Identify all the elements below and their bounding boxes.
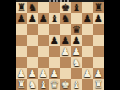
square-g1[interactable] — [82, 79, 93, 90]
piece-white-pawn[interactable]: ♟ — [60, 46, 71, 57]
piece-white-pawn[interactable]: ♟ — [93, 68, 104, 79]
square-h7[interactable]: ♟ — [93, 13, 104, 24]
piece-white-pawn[interactable]: ♟ — [16, 68, 27, 79]
square-c1[interactable]: ♝ — [38, 79, 49, 90]
piece-black-bishop[interactable]: ♝ — [49, 13, 60, 24]
piece-white-pawn[interactable]: ♟ — [71, 46, 82, 57]
letterbox-right — [104, 0, 120, 90]
square-h1[interactable]: ♜ — [93, 79, 104, 90]
piece-black-pawn[interactable]: ♟ — [38, 13, 49, 24]
piece-black-rook[interactable]: ♜ — [16, 2, 27, 13]
square-a3[interactable] — [16, 57, 27, 68]
square-b5[interactable] — [27, 35, 38, 46]
square-h5[interactable] — [93, 35, 104, 46]
square-c5[interactable] — [38, 35, 49, 46]
piece-black-pawn[interactable]: ♟ — [49, 35, 60, 46]
square-h2[interactable]: ♟ — [93, 68, 104, 79]
piece-white-knight[interactable]: ♞ — [27, 79, 38, 90]
piece-black-pawn[interactable]: ♟ — [82, 13, 93, 24]
square-h3[interactable] — [93, 57, 104, 68]
square-h8[interactable]: ♜ — [93, 2, 104, 13]
square-a4[interactable] — [16, 46, 27, 57]
square-b4[interactable] — [27, 46, 38, 57]
square-c4[interactable] — [38, 46, 49, 57]
piece-white-rook[interactable]: ♜ — [16, 79, 27, 90]
square-d3[interactable] — [49, 57, 60, 68]
square-e2[interactable] — [60, 68, 71, 79]
square-f8[interactable]: ♝ — [71, 2, 82, 13]
square-d6[interactable] — [49, 24, 60, 35]
square-a6[interactable] — [16, 24, 27, 35]
square-c6[interactable] — [38, 24, 49, 35]
square-e4[interactable]: ♟ — [60, 46, 71, 57]
piece-white-bishop[interactable]: ♝ — [71, 79, 82, 90]
square-e5[interactable]: ♟ — [60, 35, 71, 46]
piece-white-pawn[interactable]: ♟ — [49, 68, 60, 79]
piece-black-rook[interactable]: ♜ — [93, 2, 104, 13]
piece-white-pawn[interactable]: ♟ — [82, 68, 93, 79]
letterbox-left — [0, 0, 16, 90]
square-c3[interactable] — [38, 57, 49, 68]
piece-black-knight[interactable]: ♞ — [60, 13, 71, 24]
piece-black-pawn[interactable]: ♟ — [71, 35, 82, 46]
piece-white-pawn[interactable]: ♟ — [38, 68, 49, 79]
square-e6[interactable] — [60, 24, 71, 35]
square-b3[interactable] — [27, 57, 38, 68]
square-g4[interactable] — [82, 46, 93, 57]
chess-board: ♜♞♚♝♜♟♟♟♝♞♟♟♛♟♟♟♟♟♞♟♟♟♟♟♟♜♞♝♛♚♝♜ — [16, 2, 104, 90]
piece-white-rook[interactable]: ♜ — [93, 79, 104, 90]
square-d4[interactable] — [49, 46, 60, 57]
piece-black-pawn[interactable]: ♟ — [27, 13, 38, 24]
piece-white-king[interactable]: ♚ — [60, 79, 71, 90]
square-d2[interactable]: ♟ — [49, 68, 60, 79]
square-g5[interactable] — [82, 35, 93, 46]
square-h6[interactable] — [93, 24, 104, 35]
piece-black-bishop[interactable]: ♝ — [71, 2, 82, 13]
square-f1[interactable]: ♝ — [71, 79, 82, 90]
piece-black-queen[interactable]: ♛ — [71, 24, 82, 35]
square-a8[interactable]: ♜ — [16, 2, 27, 13]
square-f4[interactable]: ♟ — [71, 46, 82, 57]
square-c2[interactable]: ♟ — [38, 68, 49, 79]
piece-black-knight[interactable]: ♞ — [27, 2, 38, 13]
video-thumbnail: ♜♞♚♝♜♟♟♟♝♞♟♟♛♟♟♟♟♟♞♟♟♟♟♟♟♜♞♝♛♚♝♜ — [0, 0, 120, 90]
square-e8[interactable]: ♚ — [60, 2, 71, 13]
square-g2[interactable]: ♟ — [82, 68, 93, 79]
square-c8[interactable] — [38, 2, 49, 13]
square-d5[interactable]: ♟ — [49, 35, 60, 46]
square-f3[interactable]: ♞ — [71, 57, 82, 68]
square-f2[interactable] — [71, 68, 82, 79]
square-g7[interactable]: ♟ — [82, 13, 93, 24]
square-f5[interactable]: ♟ — [71, 35, 82, 46]
square-e7[interactable]: ♞ — [60, 13, 71, 24]
square-f7[interactable] — [71, 13, 82, 24]
square-a7[interactable]: ♟ — [16, 13, 27, 24]
square-b7[interactable]: ♟ — [27, 13, 38, 24]
piece-black-king[interactable]: ♚ — [60, 2, 71, 13]
square-d1[interactable]: ♛ — [49, 79, 60, 90]
square-a5[interactable] — [16, 35, 27, 46]
piece-white-knight[interactable]: ♞ — [71, 57, 82, 68]
square-b6[interactable] — [27, 24, 38, 35]
square-h4[interactable] — [93, 46, 104, 57]
square-a2[interactable]: ♟ — [16, 68, 27, 79]
square-b1[interactable]: ♞ — [27, 79, 38, 90]
square-d7[interactable]: ♝ — [49, 13, 60, 24]
piece-black-pawn[interactable]: ♟ — [16, 13, 27, 24]
square-f6[interactable]: ♛ — [71, 24, 82, 35]
square-g6[interactable] — [82, 24, 93, 35]
piece-white-pawn[interactable]: ♟ — [27, 68, 38, 79]
square-g8[interactable] — [82, 2, 93, 13]
square-b2[interactable]: ♟ — [27, 68, 38, 79]
piece-white-queen[interactable]: ♛ — [49, 79, 60, 90]
piece-black-pawn[interactable]: ♟ — [93, 13, 104, 24]
square-b8[interactable]: ♞ — [27, 2, 38, 13]
square-g3[interactable] — [82, 57, 93, 68]
square-a1[interactable]: ♜ — [16, 79, 27, 90]
square-e1[interactable]: ♚ — [60, 79, 71, 90]
piece-white-bishop[interactable]: ♝ — [38, 79, 49, 90]
square-d8[interactable] — [49, 2, 60, 13]
square-e3[interactable] — [60, 57, 71, 68]
piece-black-pawn[interactable]: ♟ — [60, 35, 71, 46]
square-c7[interactable]: ♟ — [38, 13, 49, 24]
